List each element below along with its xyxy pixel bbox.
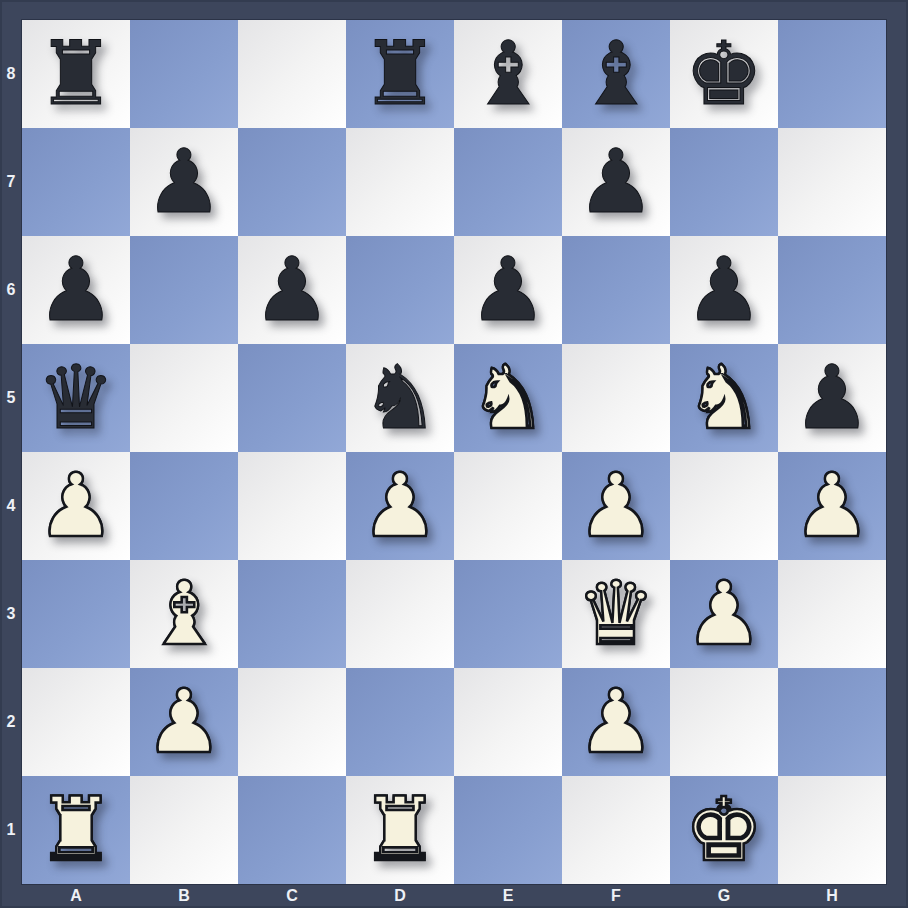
- square-g3[interactable]: ♟: [670, 560, 778, 668]
- square-f8[interactable]: ♝: [562, 20, 670, 128]
- square-f6[interactable]: [562, 236, 670, 344]
- rank-label-8: 8: [0, 20, 22, 128]
- file-label-f: F: [562, 884, 670, 908]
- square-b2[interactable]: ♟: [130, 668, 238, 776]
- piece-black-pawn-a6[interactable]: ♟: [37, 246, 116, 334]
- square-b8[interactable]: [130, 20, 238, 128]
- square-a3[interactable]: [22, 560, 130, 668]
- piece-white-pawn-f4[interactable]: ♟: [577, 462, 656, 550]
- rank-label-5: 5: [0, 344, 22, 452]
- square-h6[interactable]: [778, 236, 886, 344]
- square-c8[interactable]: [238, 20, 346, 128]
- square-h8[interactable]: [778, 20, 886, 128]
- piece-white-knight-e5[interactable]: ♞: [469, 354, 548, 442]
- square-d6[interactable]: [346, 236, 454, 344]
- square-c2[interactable]: [238, 668, 346, 776]
- rank-label-4: 4: [0, 452, 22, 560]
- square-d8[interactable]: ♜: [346, 20, 454, 128]
- square-f3[interactable]: ♛: [562, 560, 670, 668]
- chess-board-frame: 87654321 ♜♜♝♝♚♟♟♟♟♟♟♛♞♞♞♟♟♟♟♟♝♛♟♟♟♜♜♚ AB…: [0, 0, 908, 908]
- square-f5[interactable]: [562, 344, 670, 452]
- square-e3[interactable]: [454, 560, 562, 668]
- square-h2[interactable]: [778, 668, 886, 776]
- square-a5[interactable]: ♛: [22, 344, 130, 452]
- piece-white-king-g1[interactable]: ♚: [685, 786, 764, 874]
- piece-white-pawn-h4[interactable]: ♟: [793, 462, 872, 550]
- square-f1[interactable]: [562, 776, 670, 884]
- piece-black-pawn-c6[interactable]: ♟: [253, 246, 332, 334]
- piece-black-queen-a5[interactable]: ♛: [37, 354, 116, 442]
- file-label-a: A: [22, 884, 130, 908]
- square-h5[interactable]: ♟: [778, 344, 886, 452]
- rank-label-7: 7: [0, 128, 22, 236]
- piece-white-pawn-d4[interactable]: ♟: [361, 462, 440, 550]
- square-a2[interactable]: [22, 668, 130, 776]
- file-label-g: G: [670, 884, 778, 908]
- square-g2[interactable]: [670, 668, 778, 776]
- square-e6[interactable]: ♟: [454, 236, 562, 344]
- square-e1[interactable]: [454, 776, 562, 884]
- file-label-e: E: [454, 884, 562, 908]
- file-label-h: H: [778, 884, 886, 908]
- square-b1[interactable]: [130, 776, 238, 884]
- square-d3[interactable]: [346, 560, 454, 668]
- piece-black-bishop-f8[interactable]: ♝: [577, 30, 656, 118]
- square-c4[interactable]: [238, 452, 346, 560]
- piece-white-rook-a1[interactable]: ♜: [37, 786, 116, 874]
- piece-black-pawn-h5[interactable]: ♟: [793, 354, 872, 442]
- piece-black-pawn-g6[interactable]: ♟: [685, 246, 764, 334]
- square-e2[interactable]: [454, 668, 562, 776]
- square-a1[interactable]: ♜: [22, 776, 130, 884]
- piece-white-pawn-b2[interactable]: ♟: [145, 678, 224, 766]
- piece-black-bishop-e8[interactable]: ♝: [469, 30, 548, 118]
- piece-white-bishop-b3[interactable]: ♝: [145, 570, 224, 658]
- square-h3[interactable]: [778, 560, 886, 668]
- square-b5[interactable]: [130, 344, 238, 452]
- piece-black-pawn-f7[interactable]: ♟: [577, 138, 656, 226]
- square-a8[interactable]: ♜: [22, 20, 130, 128]
- square-f2[interactable]: ♟: [562, 668, 670, 776]
- square-d4[interactable]: ♟: [346, 452, 454, 560]
- piece-black-rook-a8[interactable]: ♜: [37, 30, 116, 118]
- rank-label-1: 1: [0, 776, 22, 884]
- file-label-d: D: [346, 884, 454, 908]
- square-c6[interactable]: ♟: [238, 236, 346, 344]
- square-c5[interactable]: [238, 344, 346, 452]
- square-c7[interactable]: [238, 128, 346, 236]
- square-e7[interactable]: [454, 128, 562, 236]
- square-b3[interactable]: ♝: [130, 560, 238, 668]
- square-a4[interactable]: ♟: [22, 452, 130, 560]
- square-b6[interactable]: [130, 236, 238, 344]
- piece-white-knight-g5[interactable]: ♞: [685, 354, 764, 442]
- piece-white-rook-d1[interactable]: ♜: [361, 786, 440, 874]
- piece-black-pawn-e6[interactable]: ♟: [469, 246, 548, 334]
- square-g7[interactable]: [670, 128, 778, 236]
- square-c1[interactable]: [238, 776, 346, 884]
- square-f4[interactable]: ♟: [562, 452, 670, 560]
- square-d7[interactable]: [346, 128, 454, 236]
- square-d2[interactable]: [346, 668, 454, 776]
- file-labels: ABCDEFGH: [22, 884, 886, 908]
- piece-black-rook-d8[interactable]: ♜: [361, 30, 440, 118]
- square-e8[interactable]: ♝: [454, 20, 562, 128]
- square-a6[interactable]: ♟: [22, 236, 130, 344]
- square-e4[interactable]: [454, 452, 562, 560]
- rank-label-3: 3: [0, 560, 22, 668]
- square-a7[interactable]: [22, 128, 130, 236]
- square-e5[interactable]: ♞: [454, 344, 562, 452]
- square-g1[interactable]: ♚: [670, 776, 778, 884]
- file-label-b: B: [130, 884, 238, 908]
- square-h4[interactable]: ♟: [778, 452, 886, 560]
- rank-label-2: 2: [0, 668, 22, 776]
- square-h7[interactable]: [778, 128, 886, 236]
- square-g4[interactable]: [670, 452, 778, 560]
- board: ♜♜♝♝♚♟♟♟♟♟♟♛♞♞♞♟♟♟♟♟♝♛♟♟♟♜♜♚: [22, 20, 886, 884]
- piece-white-queen-f3[interactable]: ♛: [577, 570, 656, 658]
- square-b4[interactable]: [130, 452, 238, 560]
- piece-black-pawn-b7[interactable]: ♟: [145, 138, 224, 226]
- piece-white-pawn-a4[interactable]: ♟: [37, 462, 116, 550]
- square-b7[interactable]: ♟: [130, 128, 238, 236]
- rank-labels: 87654321: [0, 20, 22, 884]
- piece-black-king-g8[interactable]: ♚: [685, 30, 764, 118]
- square-d5[interactable]: ♞: [346, 344, 454, 452]
- piece-white-pawn-f2[interactable]: ♟: [577, 678, 656, 766]
- square-g5[interactable]: ♞: [670, 344, 778, 452]
- square-g8[interactable]: ♚: [670, 20, 778, 128]
- square-f7[interactable]: ♟: [562, 128, 670, 236]
- square-h1[interactable]: [778, 776, 886, 884]
- square-d1[interactable]: ♜: [346, 776, 454, 884]
- square-c3[interactable]: [238, 560, 346, 668]
- rank-label-6: 6: [0, 236, 22, 344]
- piece-white-pawn-g3[interactable]: ♟: [685, 570, 764, 658]
- piece-black-knight-d5[interactable]: ♞: [361, 354, 440, 442]
- file-label-c: C: [238, 884, 346, 908]
- square-g6[interactable]: ♟: [670, 236, 778, 344]
